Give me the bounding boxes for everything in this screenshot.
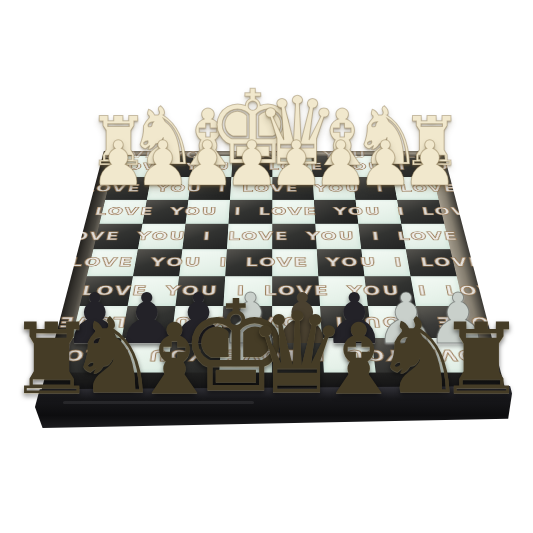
square-b1[interactable]: [350, 156, 393, 177]
square-f4[interactable]: [183, 223, 229, 249]
square-h5[interactable]: [87, 249, 138, 276]
square-f8[interactable]: [168, 338, 222, 373]
square-a4[interactable]: [401, 223, 450, 249]
square-f6[interactable]: [176, 277, 226, 307]
square-c4[interactable]: [315, 223, 361, 249]
square-e7[interactable]: [222, 306, 272, 338]
square-d2[interactable]: [272, 177, 314, 199]
square-b8[interactable]: [371, 338, 427, 373]
square-d6[interactable]: [272, 277, 320, 307]
square-a2[interactable]: [393, 177, 439, 199]
square-e6[interactable]: [224, 277, 272, 307]
square-h7[interactable]: [72, 306, 128, 338]
square-b5[interactable]: [361, 249, 410, 276]
square-e2[interactable]: [230, 177, 272, 199]
square-g7[interactable]: [122, 306, 176, 338]
slab-sheen: [63, 401, 254, 404]
square-d8[interactable]: [272, 338, 324, 373]
board-base-slab: [34, 386, 512, 428]
square-b2[interactable]: [353, 177, 397, 199]
square-f7[interactable]: [172, 306, 224, 338]
square-g1[interactable]: [151, 156, 194, 177]
square-f3[interactable]: [186, 200, 231, 224]
square-b4[interactable]: [358, 223, 406, 249]
square-c2[interactable]: [312, 177, 355, 199]
square-g2[interactable]: [147, 177, 191, 199]
chess-set-photo: I LOVE YOU I LOVE YOU I LOVE YOU I LOVE …: [0, 0, 533, 533]
square-a8[interactable]: [421, 338, 479, 373]
square-a1[interactable]: [389, 156, 433, 177]
square-d7[interactable]: [272, 306, 322, 338]
square-g5[interactable]: [133, 249, 183, 276]
square-h1[interactable]: [111, 156, 155, 177]
square-g4[interactable]: [138, 223, 186, 249]
square-e3[interactable]: [229, 200, 272, 224]
square-b3[interactable]: [355, 200, 401, 224]
square-e8[interactable]: [220, 338, 272, 373]
square-c7[interactable]: [320, 306, 372, 338]
square-d1[interactable]: [272, 156, 312, 177]
square-c8[interactable]: [322, 338, 376, 373]
square-f1[interactable]: [191, 156, 233, 177]
square-g8[interactable]: [116, 338, 172, 373]
square-f2[interactable]: [189, 177, 232, 199]
square-d3[interactable]: [272, 200, 315, 224]
square-h4[interactable]: [93, 223, 142, 249]
square-b6[interactable]: [364, 277, 415, 307]
board-grid: [64, 156, 480, 372]
square-f5[interactable]: [179, 249, 227, 276]
square-a5[interactable]: [406, 249, 457, 276]
square-g6[interactable]: [128, 277, 180, 307]
chess-board: I LOVE YOU I LOVE YOU I LOVE YOU I LOVE …: [41, 151, 506, 392]
square-a7[interactable]: [416, 306, 472, 338]
square-g3[interactable]: [143, 200, 189, 224]
square-e5[interactable]: [226, 249, 272, 276]
square-b7[interactable]: [368, 306, 422, 338]
square-a3[interactable]: [397, 200, 444, 224]
square-c1[interactable]: [311, 156, 353, 177]
square-d4[interactable]: [272, 223, 317, 249]
square-d5[interactable]: [272, 249, 318, 276]
square-c6[interactable]: [318, 277, 368, 307]
square-h3[interactable]: [100, 200, 147, 224]
square-c5[interactable]: [316, 249, 364, 276]
square-h6[interactable]: [80, 277, 133, 307]
square-e1[interactable]: [232, 156, 272, 177]
square-a6[interactable]: [410, 277, 463, 307]
square-c3[interactable]: [314, 200, 358, 224]
square-e4[interactable]: [227, 223, 272, 249]
square-h2[interactable]: [105, 177, 151, 199]
square-h8[interactable]: [64, 338, 122, 373]
